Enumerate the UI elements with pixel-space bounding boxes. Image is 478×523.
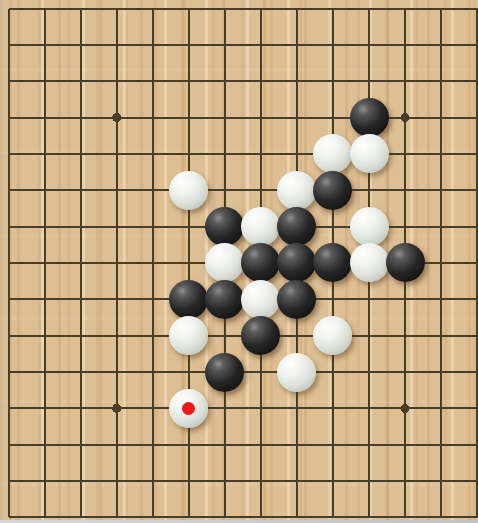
white-stone	[350, 243, 389, 282]
black-stone	[277, 280, 316, 319]
black-stone	[313, 243, 352, 282]
black-stone	[277, 243, 316, 282]
white-stone	[350, 207, 389, 246]
gomoku-board[interactable]	[0, 0, 478, 523]
board-wood-surface[interactable]	[0, 0, 478, 523]
white-stone	[169, 171, 208, 210]
white-stone	[241, 207, 280, 246]
black-stone	[313, 171, 352, 210]
black-stone	[205, 353, 244, 392]
white-stone	[313, 316, 352, 355]
white-stone	[277, 171, 316, 210]
black-stone	[386, 243, 425, 282]
black-stone	[241, 243, 280, 282]
white-stone	[313, 134, 352, 173]
white-stone	[277, 353, 316, 392]
black-stone	[241, 316, 280, 355]
black-stone	[205, 280, 244, 319]
black-stone	[277, 207, 316, 246]
white-stone	[350, 134, 389, 173]
white-stone	[205, 243, 244, 282]
black-stone	[350, 98, 389, 137]
black-stone	[205, 207, 244, 246]
white-stone	[241, 280, 280, 319]
white-stone	[169, 316, 208, 355]
stones-layer	[0, 0, 478, 523]
black-stone	[169, 280, 208, 319]
